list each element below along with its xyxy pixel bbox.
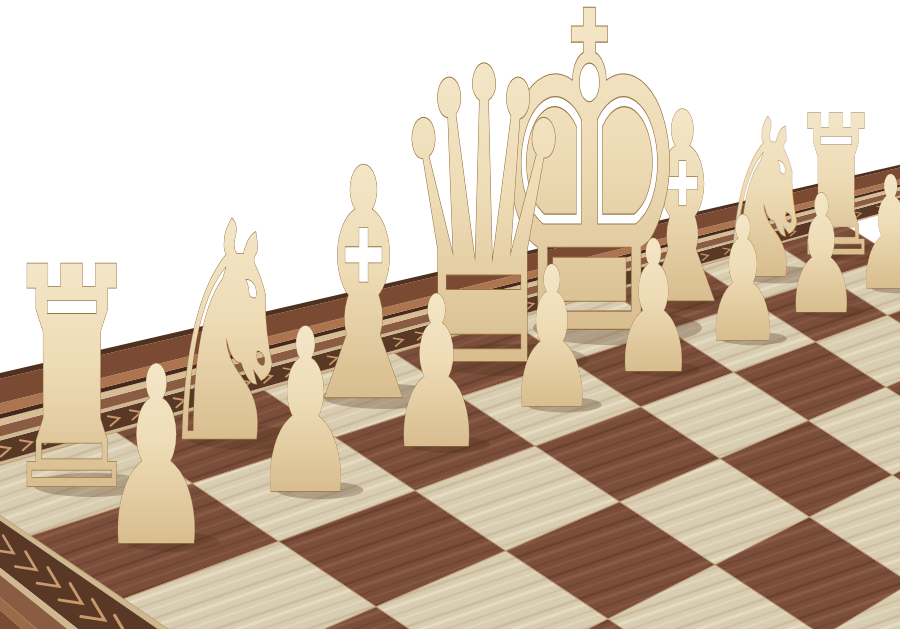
piece-white-pawn-e2: ♟ [611, 201, 696, 413]
chessboard: ♜♞♟♝♟♚♟♛♟♝♟♞♟♜♟♟ [0, 0, 900, 629]
piece-white-pawn-d2: ♟ [507, 225, 598, 452]
product-photo-stage: ♜♞♟♝♟♚♟♛♟♝♟♞♟♜♟♟ [0, 0, 900, 629]
piece-white-pawn-f2: ♟ [703, 180, 783, 379]
piece-white-pawn-b2: ♟ [253, 282, 359, 545]
piece-white-pawn-g2: ♟ [783, 160, 859, 351]
piece-white-pawn-h2: ♟ [854, 143, 900, 325]
piece-white-pawn-c2: ♟ [388, 251, 486, 494]
piece-white-pawn-a2: ♟ [99, 315, 214, 601]
